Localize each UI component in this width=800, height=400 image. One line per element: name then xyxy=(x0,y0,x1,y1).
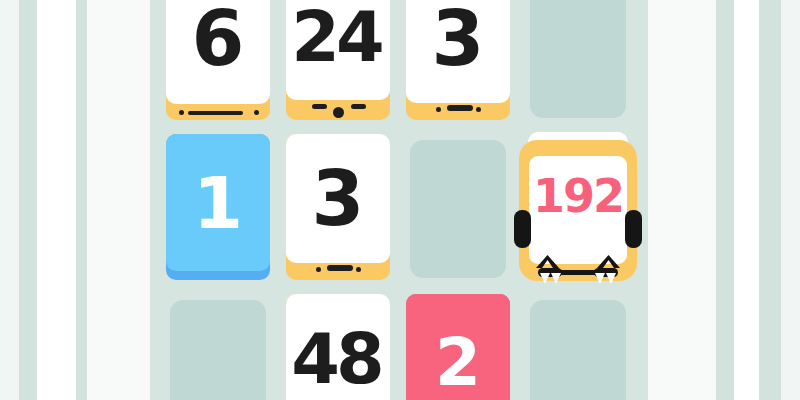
slot-r1c4 xyxy=(526,0,630,120)
empty-cell xyxy=(410,140,506,278)
wallpaper-stripe xyxy=(716,0,734,400)
eye-dot-icon xyxy=(316,267,321,272)
slot-r3c4 xyxy=(526,294,630,400)
board[interactable]: 6 24 xyxy=(150,0,630,400)
wallpaper-stripe xyxy=(781,0,800,400)
tile-3-top[interactable]: 3 xyxy=(406,0,510,120)
eye-dash-icon xyxy=(312,104,327,109)
slot-r2c3 xyxy=(406,134,510,280)
slot-r2c2: 3 xyxy=(286,134,390,280)
wallpaper-stripe xyxy=(37,0,76,400)
mouth-line-icon xyxy=(447,105,473,111)
eye-dash-icon xyxy=(351,104,366,109)
tile-card: 1 xyxy=(166,134,270,271)
empty-cell xyxy=(530,0,626,118)
slot-r1c2: 24 xyxy=(286,0,390,120)
slot-r3c1 xyxy=(166,294,270,400)
tile-card: 3 xyxy=(406,0,510,103)
ear-icon xyxy=(514,210,531,248)
slot-r2c4: 192 xyxy=(526,134,630,280)
wallpaper-stripe xyxy=(19,0,37,400)
tile-2[interactable]: 2 xyxy=(406,294,510,400)
slot-r3c2: 48 xyxy=(286,294,390,400)
tooth-icon xyxy=(540,273,550,284)
eye-dot-icon xyxy=(356,267,361,272)
tile-1[interactable]: 1 xyxy=(166,134,270,280)
wallpaper-stripe xyxy=(648,0,716,400)
wallpaper-stripe xyxy=(759,0,781,400)
tile-card: 48 xyxy=(286,294,390,400)
mouth-line-icon xyxy=(327,265,353,271)
tile-number: 2 xyxy=(435,330,481,396)
threes-game-screen: 6 24 xyxy=(0,0,800,400)
tile-number: 6 xyxy=(192,1,245,77)
eye-dot-icon xyxy=(436,107,441,112)
wallpaper-stripe xyxy=(0,0,19,400)
tile-card: 6 xyxy=(166,0,270,104)
nose-dot-icon xyxy=(333,107,344,118)
tooth-icon xyxy=(606,273,616,284)
eye-dot-icon xyxy=(476,107,481,112)
wallpaper-stripe xyxy=(87,0,150,400)
slot-r3c3: 2 xyxy=(406,294,510,400)
tile-number: 48 xyxy=(291,324,380,394)
monster-frame: 192 xyxy=(519,140,637,281)
tile-number: 3 xyxy=(312,161,365,237)
tile-grid: 6 24 xyxy=(150,0,630,400)
tile-number: 3 xyxy=(432,1,485,77)
tile-card: 192 xyxy=(529,156,627,264)
tile-192-monster[interactable]: 192 xyxy=(519,132,637,281)
tile-number: 24 xyxy=(291,2,380,72)
tooth-icon xyxy=(551,273,561,284)
slot-r2c1: 1 xyxy=(166,134,270,280)
mouth-line-icon xyxy=(188,111,243,115)
ear-icon xyxy=(625,210,642,248)
empty-cell xyxy=(170,300,266,400)
tile-6[interactable]: 6 xyxy=(166,0,270,120)
slot-r1c3: 3 xyxy=(406,0,510,120)
slot-r1c1: 6 xyxy=(166,0,270,120)
tile-card: 2 xyxy=(406,294,510,400)
wallpaper-stripe xyxy=(76,0,87,400)
tile-number: 192 xyxy=(533,173,623,219)
tile-48[interactable]: 48 xyxy=(286,294,390,400)
tile-24[interactable]: 24 xyxy=(286,0,390,120)
empty-cell xyxy=(530,300,626,400)
tile-card: 3 xyxy=(286,134,390,263)
tile-number: 1 xyxy=(193,167,243,239)
wallpaper-stripe xyxy=(734,0,759,400)
tile-3-middle[interactable]: 3 xyxy=(286,134,390,280)
eye-dot-icon xyxy=(254,110,259,115)
tooth-icon xyxy=(595,273,605,284)
tile-card: 24 xyxy=(286,0,390,100)
eye-dot-icon xyxy=(179,110,184,115)
